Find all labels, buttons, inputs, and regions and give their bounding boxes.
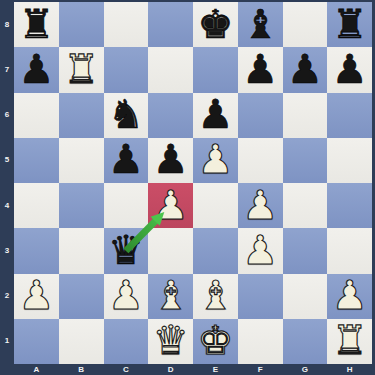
square-d3[interactable] bbox=[148, 228, 193, 273]
square-h7[interactable]: ♟ bbox=[327, 47, 372, 92]
square-b4[interactable] bbox=[59, 183, 104, 228]
rank-label-5: 5 bbox=[0, 156, 14, 164]
square-h2[interactable]: ♟ bbox=[327, 274, 372, 319]
square-b8[interactable] bbox=[59, 2, 104, 47]
square-e5[interactable]: ♟ bbox=[193, 138, 238, 183]
piece-black-pawn[interactable]: ♟ bbox=[332, 49, 368, 89]
square-d2[interactable]: ♝ bbox=[148, 274, 193, 319]
piece-black-pawn[interactable]: ♟ bbox=[197, 94, 233, 134]
square-e7[interactable] bbox=[193, 47, 238, 92]
square-a1[interactable] bbox=[14, 319, 59, 364]
square-e6[interactable]: ♟ bbox=[193, 93, 238, 138]
square-d6[interactable] bbox=[148, 93, 193, 138]
file-label-d: D bbox=[161, 365, 181, 375]
square-h3[interactable] bbox=[327, 228, 372, 273]
piece-black-bishop[interactable]: ♝ bbox=[242, 4, 278, 44]
piece-white-pawn[interactable]: ♟ bbox=[197, 139, 233, 179]
square-a8[interactable]: ♜ bbox=[14, 2, 59, 47]
rank-label-7: 7 bbox=[0, 66, 14, 74]
chess-board-window: ♜♚♝♜♟♜♟♟♟♞♟♟♟♟♟♟♛♟♟♟♝♝♟♛♚♜ 87654321 ABCD… bbox=[0, 0, 375, 375]
square-g2[interactable] bbox=[283, 274, 328, 319]
square-b2[interactable] bbox=[59, 274, 104, 319]
square-a5[interactable] bbox=[14, 138, 59, 183]
square-c6[interactable]: ♞ bbox=[104, 93, 149, 138]
square-f8[interactable]: ♝ bbox=[238, 2, 283, 47]
square-d1[interactable]: ♛ bbox=[148, 319, 193, 364]
piece-white-bishop[interactable]: ♝ bbox=[197, 275, 233, 315]
square-g3[interactable] bbox=[283, 228, 328, 273]
chess-board: ♜♚♝♜♟♜♟♟♟♞♟♟♟♟♟♟♛♟♟♟♝♝♟♛♚♜ bbox=[14, 2, 372, 364]
square-h8[interactable]: ♜ bbox=[327, 2, 372, 47]
piece-white-pawn[interactable]: ♟ bbox=[332, 275, 368, 315]
square-c2[interactable]: ♟ bbox=[104, 274, 149, 319]
square-h4[interactable] bbox=[327, 183, 372, 228]
square-b5[interactable] bbox=[59, 138, 104, 183]
piece-white-pawn[interactable]: ♟ bbox=[242, 230, 278, 270]
square-f6[interactable] bbox=[238, 93, 283, 138]
rank-label-6: 6 bbox=[0, 111, 14, 119]
square-g1[interactable] bbox=[283, 319, 328, 364]
file-label-a: A bbox=[26, 365, 46, 375]
piece-black-rook[interactable]: ♜ bbox=[332, 4, 368, 44]
piece-black-rook[interactable]: ♜ bbox=[18, 4, 54, 44]
square-c5[interactable]: ♟ bbox=[104, 138, 149, 183]
piece-white-pawn[interactable]: ♟ bbox=[242, 185, 278, 225]
square-f4[interactable]: ♟ bbox=[238, 183, 283, 228]
square-f7[interactable]: ♟ bbox=[238, 47, 283, 92]
piece-white-queen[interactable]: ♛ bbox=[153, 320, 189, 360]
square-c3[interactable]: ♛ bbox=[104, 228, 149, 273]
square-e3[interactable] bbox=[193, 228, 238, 273]
square-h1[interactable]: ♜ bbox=[327, 319, 372, 364]
square-d4[interactable]: ♟ bbox=[148, 183, 193, 228]
square-b3[interactable] bbox=[59, 228, 104, 273]
square-g4[interactable] bbox=[283, 183, 328, 228]
piece-black-king[interactable]: ♚ bbox=[197, 4, 233, 44]
square-h6[interactable] bbox=[327, 93, 372, 138]
rank-label-4: 4 bbox=[0, 202, 14, 210]
square-c1[interactable] bbox=[104, 319, 149, 364]
square-g7[interactable]: ♟ bbox=[283, 47, 328, 92]
file-label-e: E bbox=[205, 365, 225, 375]
piece-white-pawn[interactable]: ♟ bbox=[108, 275, 144, 315]
square-e2[interactable]: ♝ bbox=[193, 274, 238, 319]
square-a3[interactable] bbox=[14, 228, 59, 273]
square-b6[interactable] bbox=[59, 93, 104, 138]
square-g6[interactable] bbox=[283, 93, 328, 138]
piece-black-pawn[interactable]: ♟ bbox=[287, 49, 323, 89]
square-a2[interactable]: ♟ bbox=[14, 274, 59, 319]
rank-label-3: 3 bbox=[0, 247, 14, 255]
square-e1[interactable]: ♚ bbox=[193, 319, 238, 364]
square-g8[interactable] bbox=[283, 2, 328, 47]
rank-label-8: 8 bbox=[0, 21, 14, 29]
square-a7[interactable]: ♟ bbox=[14, 47, 59, 92]
piece-white-bishop[interactable]: ♝ bbox=[153, 275, 189, 315]
piece-white-king[interactable]: ♚ bbox=[197, 320, 233, 360]
piece-black-pawn[interactable]: ♟ bbox=[18, 49, 54, 89]
square-e8[interactable]: ♚ bbox=[193, 2, 238, 47]
square-a4[interactable] bbox=[14, 183, 59, 228]
square-e4[interactable] bbox=[193, 183, 238, 228]
file-label-b: B bbox=[71, 365, 91, 375]
square-f2[interactable] bbox=[238, 274, 283, 319]
square-f3[interactable]: ♟ bbox=[238, 228, 283, 273]
piece-white-rook[interactable]: ♜ bbox=[332, 320, 368, 360]
square-f1[interactable] bbox=[238, 319, 283, 364]
square-a6[interactable] bbox=[14, 93, 59, 138]
piece-black-knight[interactable]: ♞ bbox=[108, 94, 144, 134]
piece-black-pawn[interactable]: ♟ bbox=[242, 49, 278, 89]
square-b1[interactable] bbox=[59, 319, 104, 364]
rank-label-1: 1 bbox=[0, 337, 14, 345]
piece-black-queen[interactable]: ♛ bbox=[108, 230, 144, 270]
square-d7[interactable] bbox=[148, 47, 193, 92]
piece-white-pawn[interactable]: ♟ bbox=[18, 275, 54, 315]
square-b7[interactable]: ♜ bbox=[59, 47, 104, 92]
file-label-g: G bbox=[295, 365, 315, 375]
square-c4[interactable] bbox=[104, 183, 149, 228]
piece-black-pawn[interactable]: ♟ bbox=[108, 139, 144, 179]
square-d5[interactable]: ♟ bbox=[148, 138, 193, 183]
square-g5[interactable] bbox=[283, 138, 328, 183]
file-label-c: C bbox=[116, 365, 136, 375]
piece-white-rook[interactable]: ♜ bbox=[63, 49, 99, 89]
square-d8[interactable] bbox=[148, 2, 193, 47]
square-f5[interactable] bbox=[238, 138, 283, 183]
square-c7[interactable] bbox=[104, 47, 149, 92]
file-label-h: H bbox=[340, 365, 360, 375]
rank-label-2: 2 bbox=[0, 292, 14, 300]
square-h5[interactable] bbox=[327, 138, 372, 183]
piece-black-pawn[interactable]: ♟ bbox=[153, 139, 189, 179]
file-label-f: F bbox=[250, 365, 270, 375]
piece-white-pawn[interactable]: ♟ bbox=[153, 185, 189, 225]
square-c8[interactable] bbox=[104, 2, 149, 47]
